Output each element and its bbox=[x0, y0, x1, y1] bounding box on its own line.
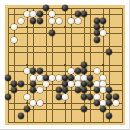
stone-black bbox=[68, 75, 74, 81]
stone-black bbox=[106, 100, 112, 106]
stone-black bbox=[30, 87, 36, 93]
stone-black bbox=[43, 5, 49, 11]
stone-white bbox=[75, 75, 81, 81]
stone-black bbox=[62, 87, 68, 93]
stone-white bbox=[24, 94, 30, 100]
stone-white bbox=[56, 75, 62, 81]
stone-black bbox=[56, 94, 62, 100]
stone-black bbox=[18, 81, 24, 87]
stone-white bbox=[68, 81, 74, 87]
stone-white bbox=[30, 75, 36, 81]
stone-white bbox=[100, 30, 106, 36]
stone-black bbox=[87, 94, 93, 100]
stone-black bbox=[75, 11, 81, 17]
stone-black bbox=[30, 81, 36, 87]
stone-white bbox=[49, 18, 55, 24]
stone-white bbox=[37, 75, 43, 81]
stone-white bbox=[75, 81, 81, 87]
stone-black bbox=[87, 81, 93, 87]
stone-white bbox=[75, 18, 81, 24]
stone-black bbox=[75, 68, 81, 74]
stone-black bbox=[81, 87, 87, 93]
stone-black bbox=[37, 68, 43, 74]
stone-white bbox=[94, 81, 100, 87]
stone-white bbox=[94, 68, 100, 74]
stone-black bbox=[75, 87, 81, 93]
stone-black bbox=[81, 106, 87, 112]
stone-white bbox=[68, 68, 74, 74]
stone-white bbox=[43, 81, 49, 87]
stone-black bbox=[94, 24, 100, 30]
stone-white bbox=[30, 11, 36, 17]
stone-black bbox=[106, 113, 112, 119]
stone-black bbox=[62, 5, 68, 11]
stone-white bbox=[100, 100, 106, 106]
stone-white bbox=[94, 94, 100, 100]
stone-white bbox=[81, 75, 87, 81]
stone-black bbox=[81, 81, 87, 87]
stone-black bbox=[81, 62, 87, 68]
stone-black bbox=[106, 49, 112, 55]
stone-white bbox=[24, 11, 30, 17]
stone-white bbox=[113, 100, 119, 106]
stone-black bbox=[62, 81, 68, 87]
stone-black bbox=[87, 75, 93, 81]
stone-black bbox=[106, 94, 112, 100]
stone-white bbox=[30, 100, 36, 106]
stone-white bbox=[100, 81, 106, 87]
stone-white bbox=[11, 24, 17, 30]
stone-black bbox=[100, 106, 106, 112]
intersection[interactable] bbox=[119, 119, 125, 125]
stone-white bbox=[100, 87, 106, 93]
stone-black bbox=[11, 81, 17, 87]
stone-white bbox=[68, 18, 74, 24]
stone-white bbox=[56, 18, 62, 24]
go-board[interactable] bbox=[5, 5, 125, 125]
stone-black bbox=[37, 11, 43, 17]
stone-black bbox=[49, 30, 55, 36]
stone-black bbox=[24, 106, 30, 112]
stone-black bbox=[94, 18, 100, 24]
stone-black bbox=[30, 18, 36, 24]
stones-layer bbox=[5, 5, 125, 125]
stone-black bbox=[56, 87, 62, 93]
go-board-screenshot bbox=[0, 0, 130, 130]
stone-black bbox=[81, 94, 87, 100]
stone-black bbox=[94, 87, 100, 93]
stone-black bbox=[100, 18, 106, 24]
stone-black bbox=[18, 113, 24, 119]
stone-black bbox=[30, 68, 36, 74]
stone-white bbox=[62, 94, 68, 100]
stone-white bbox=[100, 75, 106, 81]
stone-black bbox=[113, 94, 119, 100]
stone-black bbox=[5, 75, 11, 81]
stone-white bbox=[49, 11, 55, 17]
stone-black bbox=[94, 100, 100, 106]
stone-black bbox=[11, 87, 17, 93]
stone-black bbox=[81, 68, 87, 74]
stone-black bbox=[94, 30, 100, 36]
stone-white bbox=[24, 68, 30, 74]
stone-white bbox=[18, 18, 24, 24]
stone-black bbox=[43, 75, 49, 81]
stone-white bbox=[11, 37, 17, 43]
stone-white bbox=[37, 87, 43, 93]
stone-black bbox=[81, 11, 87, 17]
stone-black bbox=[5, 94, 11, 100]
stone-black bbox=[106, 87, 112, 93]
stone-white bbox=[49, 75, 55, 81]
stone-black bbox=[62, 75, 68, 81]
stone-black bbox=[37, 18, 43, 24]
stone-white bbox=[37, 100, 43, 106]
stone-black bbox=[94, 37, 100, 43]
